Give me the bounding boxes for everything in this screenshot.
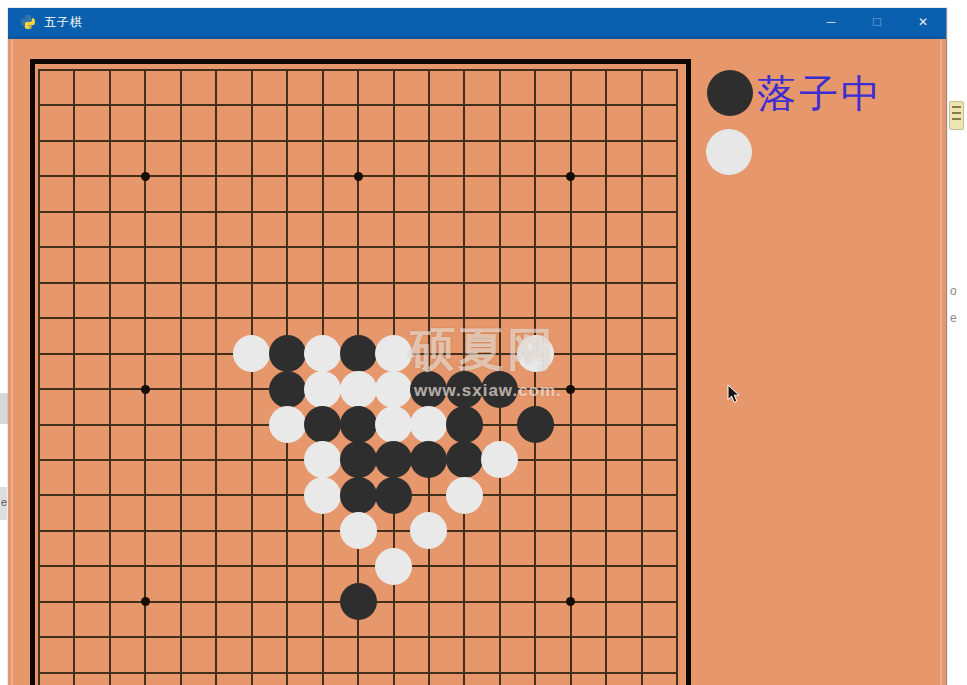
stone-black <box>269 335 306 372</box>
python-icon <box>20 14 36 30</box>
titlebar[interactable]: 五子棋 ─ ☐ ✕ <box>8 8 946 36</box>
grid-line <box>215 69 217 685</box>
stone-black <box>446 441 483 478</box>
mouse-cursor-icon <box>727 384 741 404</box>
star-point <box>354 172 363 181</box>
screenshot-root: e o e 五子棋 ─ ☐ ✕ 落子中 <box>0 0 967 685</box>
grid-line <box>73 69 75 685</box>
stone-black <box>410 371 447 408</box>
board-frame <box>30 59 691 685</box>
stone-black <box>340 335 377 372</box>
background-grip-icon <box>949 101 964 130</box>
grid-line <box>641 69 643 685</box>
stone-white <box>410 512 447 549</box>
grid-line <box>144 69 146 685</box>
stone-white <box>517 335 554 372</box>
stone-black <box>340 441 377 478</box>
minimize-button[interactable]: ─ <box>808 8 854 36</box>
stone-black <box>375 441 412 478</box>
star-point <box>141 385 150 394</box>
window-controls: ─ ☐ ✕ <box>808 8 946 36</box>
stone-white <box>233 335 270 372</box>
star-point <box>566 597 575 606</box>
board-grid[interactable] <box>39 70 679 685</box>
grid-line <box>109 69 111 685</box>
stone-black <box>517 406 554 443</box>
stone-black <box>269 371 306 408</box>
background-text-fragment: e <box>1 496 7 508</box>
star-point <box>566 172 575 181</box>
white-stone-indicator <box>706 129 752 175</box>
stone-white <box>304 441 341 478</box>
maximize-button[interactable]: ☐ <box>854 8 900 36</box>
stone-white <box>340 512 377 549</box>
canvas-edge-highlight <box>11 39 13 685</box>
canvas-edge-highlight <box>940 39 942 685</box>
stone-black <box>340 477 377 514</box>
stone-black <box>410 441 447 478</box>
stone-white <box>304 371 341 408</box>
stone-black <box>304 406 341 443</box>
grid-line <box>605 69 607 685</box>
stone-white <box>340 371 377 408</box>
turn-status-label: 落子中 <box>757 71 883 117</box>
background-fragment <box>0 393 8 424</box>
stone-black <box>375 477 412 514</box>
stone-black <box>340 406 377 443</box>
stone-white <box>304 477 341 514</box>
star-point <box>566 385 575 394</box>
game-window: 五子棋 ─ ☐ ✕ 落子中 硕夏网 www.sxiaw.com. <box>8 8 947 685</box>
grid-line <box>38 672 678 674</box>
stone-white <box>375 371 412 408</box>
stone-white <box>375 406 412 443</box>
grid-line <box>38 565 678 567</box>
grid-line <box>38 69 40 685</box>
grid-line <box>180 69 182 685</box>
grid-line <box>570 69 572 685</box>
stone-white <box>269 406 306 443</box>
star-point <box>141 172 150 181</box>
stone-white <box>481 441 518 478</box>
stone-white <box>375 335 412 372</box>
stone-black <box>446 371 483 408</box>
stone-white <box>446 477 483 514</box>
star-point <box>141 597 150 606</box>
stone-black <box>481 371 518 408</box>
black-stone-indicator <box>707 70 753 116</box>
stone-white <box>410 406 447 443</box>
stone-white <box>375 548 412 585</box>
background-text-fragment: e <box>950 311 957 325</box>
grid-line <box>676 69 678 685</box>
grid-line <box>38 636 678 638</box>
stone-black <box>340 583 377 620</box>
window-title: 五子棋 <box>44 14 83 31</box>
grid-line <box>534 69 536 685</box>
close-button[interactable]: ✕ <box>900 8 946 36</box>
grid-line <box>251 69 253 685</box>
stone-white <box>304 335 341 372</box>
background-text-fragment: o <box>950 284 957 298</box>
stone-black <box>446 406 483 443</box>
